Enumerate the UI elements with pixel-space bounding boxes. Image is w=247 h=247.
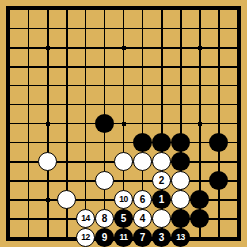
stone-black-M6 [209, 133, 228, 152]
stone-black-L3 [190, 190, 209, 209]
move-7-stone-black-H1: 7 [133, 228, 152, 247]
stone-white-C5 [38, 152, 57, 171]
move-6-stone-white-H3: 6 [133, 190, 152, 209]
stone-black-H6 [133, 133, 152, 152]
move-5-stone-black-G2: 5 [114, 209, 133, 228]
stone-white-J2 [152, 209, 171, 228]
move-13-stone-black-K1: 13 [171, 228, 190, 247]
stone-black-K6 [171, 133, 190, 152]
stone-black-K2 [171, 209, 190, 228]
move-11-stone-black-G1: 11 [114, 228, 133, 247]
stone-white-J5 [152, 152, 171, 171]
go-diagram: { "game": "go", "board": { "size": 13, "… [0, 0, 247, 247]
stone-black-J6 [152, 133, 171, 152]
move-1-stone-black-J3: 1 [152, 190, 171, 209]
stone-white-D3 [57, 190, 76, 209]
move-12-stone-white-E1: 12 [76, 228, 95, 247]
stone-white-K3 [171, 190, 190, 209]
move-14-stone-white-E2: 14 [76, 209, 95, 228]
stone-black-F7 [95, 114, 114, 133]
move-2-stone-white-J4: 2 [152, 171, 171, 190]
move-10-stone-white-G3: 10 [114, 190, 133, 209]
stone-black-K5 [171, 152, 190, 171]
stones-layer: 2106114854129117313 [0, 0, 247, 247]
stone-white-K4 [171, 171, 190, 190]
stone-black-M4 [209, 171, 228, 190]
move-8-stone-white-F2: 8 [95, 209, 114, 228]
stone-white-G5 [114, 152, 133, 171]
move-9-stone-black-F1: 9 [95, 228, 114, 247]
move-3-stone-black-J1: 3 [152, 228, 171, 247]
stone-white-F4 [95, 171, 114, 190]
stone-black-L2 [190, 209, 209, 228]
move-4-stone-white-H2: 4 [133, 209, 152, 228]
stone-white-H5 [133, 152, 152, 171]
